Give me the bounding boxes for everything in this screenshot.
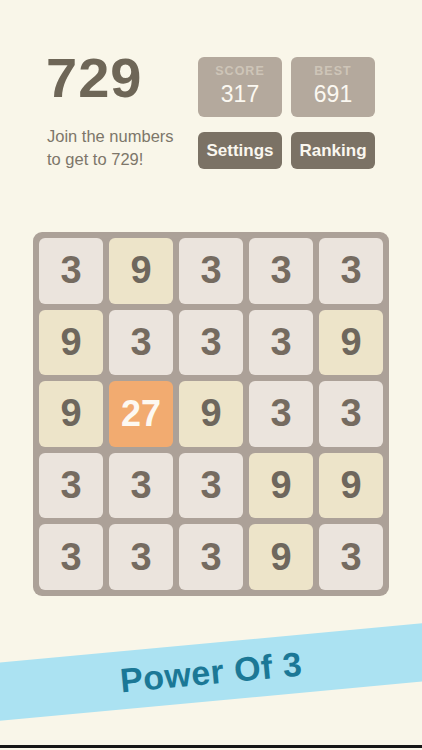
tile-r2c1: 27: [109, 381, 173, 447]
tile-r2c4: 3: [319, 381, 383, 447]
tile-r1c3: 3: [249, 310, 313, 376]
tile-r1c2: 3: [179, 310, 243, 376]
tile-r1c1: 3: [109, 310, 173, 376]
subtitle-line-2: to get to 729!: [47, 148, 174, 171]
ranking-button[interactable]: Ranking: [291, 132, 375, 169]
score-value: 317: [198, 81, 282, 108]
game-subtitle: Join the numbers to get to 729!: [47, 125, 174, 171]
tile-r4c1: 3: [109, 524, 173, 590]
tile-r0c1: 9: [109, 238, 173, 304]
tile-r0c2: 3: [179, 238, 243, 304]
page-title: 729: [46, 50, 142, 106]
best-box: BEST 691: [291, 57, 375, 117]
game-screen: 729 Join the numbers to get to 729! SCOR…: [0, 0, 422, 750]
game-board[interactable]: 3 9 3 3 3 9 3 3 3 9 9 27 9 3 3 3 3 3 9 9…: [33, 232, 389, 596]
tile-r3c3: 9: [249, 453, 313, 519]
tile-r3c1: 3: [109, 453, 173, 519]
tile-r3c0: 3: [39, 453, 103, 519]
tile-r1c0: 9: [39, 310, 103, 376]
tile-r4c3: 9: [249, 524, 313, 590]
tile-r0c0: 3: [39, 238, 103, 304]
tile-r4c4: 3: [319, 524, 383, 590]
tile-r0c3: 3: [249, 238, 313, 304]
tile-r1c4: 9: [319, 310, 383, 376]
subtitle-line-1: Join the numbers: [47, 125, 174, 148]
tile-r2c2: 9: [179, 381, 243, 447]
score-label: SCORE: [198, 64, 282, 78]
score-box: SCORE 317: [198, 57, 282, 117]
screen-bottom-edge: [0, 745, 422, 748]
tile-r4c2: 3: [179, 524, 243, 590]
tile-r3c4: 9: [319, 453, 383, 519]
tile-r3c2: 3: [179, 453, 243, 519]
settings-button[interactable]: Settings: [198, 132, 282, 169]
tile-r0c4: 3: [319, 238, 383, 304]
title-ribbon: Power Of 3: [0, 620, 422, 724]
tile-r2c0: 9: [39, 381, 103, 447]
best-label: BEST: [291, 64, 375, 78]
ribbon-label: Power Of 3: [118, 644, 303, 700]
tile-r4c0: 3: [39, 524, 103, 590]
best-value: 691: [291, 81, 375, 108]
tile-r2c3: 3: [249, 381, 313, 447]
